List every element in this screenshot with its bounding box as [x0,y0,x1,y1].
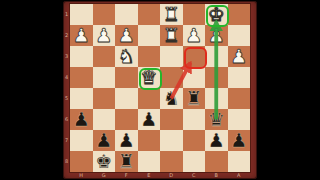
file-label-h: H [70,172,93,179]
square-f2[interactable]: ♟ [115,25,138,46]
square-e6[interactable]: ♟ [138,109,161,130]
square-a8[interactable] [228,151,251,172]
square-e5[interactable] [138,88,161,109]
square-d8[interactable] [160,151,183,172]
square-h5[interactable] [70,88,93,109]
white-rook: ♜ [160,25,183,46]
square-a5[interactable] [228,88,251,109]
letterbox-left [0,0,63,180]
file-label-e: E [138,172,161,179]
square-h2[interactable]: ♟ [70,25,93,46]
square-f3[interactable]: ♞ [115,46,138,67]
square-b8[interactable] [205,151,228,172]
square-h8[interactable] [70,151,93,172]
black-king: ♚ [93,151,116,172]
white-pawn: ♟ [70,25,93,46]
square-d6[interactable] [160,109,183,130]
square-d2[interactable]: ♜ [160,25,183,46]
square-d1[interactable]: ♜ [160,4,183,25]
black-pawn: ♟ [93,130,116,151]
file-label-f: F [115,172,138,179]
white-pawn: ♟ [115,25,138,46]
square-a6[interactable] [228,109,251,130]
rank-label-2: 2 [63,25,70,46]
square-g2[interactable]: ♟ [93,25,116,46]
white-pawn: ♟ [93,25,116,46]
white-knight: ♞ [115,46,138,67]
file-label-c: C [183,172,206,179]
square-c7[interactable] [183,130,206,151]
square-e3[interactable] [138,46,161,67]
square-e8[interactable] [138,151,161,172]
black-pawn: ♟ [205,130,228,151]
square-e4[interactable]: ♛ [138,67,161,88]
square-b5[interactable] [205,88,228,109]
square-e2[interactable] [138,25,161,46]
file-label-d: D [160,172,183,179]
square-h7[interactable] [70,130,93,151]
file-label-a: A [228,172,251,179]
square-d3[interactable] [160,46,183,67]
black-pawn: ♟ [138,109,161,130]
square-f5[interactable] [115,88,138,109]
rank-label-7: 7 [63,130,70,151]
black-rook: ♜ [183,88,206,109]
square-c8[interactable] [183,151,206,172]
square-g8[interactable]: ♚ [93,151,116,172]
chess-board: ♜♚♟♟♟♜♟♟♞♟♛♞♜♟♟♛♟♟♟♟♚♜ [70,4,250,172]
white-rook: ♜ [160,4,183,25]
file-label-b: B [205,172,228,179]
square-g1[interactable] [93,4,116,25]
square-b6[interactable]: ♛ [205,109,228,130]
black-queen: ♛ [205,109,228,130]
square-b4[interactable] [205,67,228,88]
square-d5[interactable]: ♞ [160,88,183,109]
chess-analysis-screenshot: ♜♚♟♟♟♜♟♟♞♟♛♞♜♟♟♛♟♟♟♟♚♜ 12345678HGFEDCBA [0,0,320,180]
square-g5[interactable] [93,88,116,109]
square-a1[interactable] [228,4,251,25]
square-g6[interactable] [93,109,116,130]
square-f1[interactable] [115,4,138,25]
white-pawn: ♟ [228,46,251,67]
square-d7[interactable] [160,130,183,151]
square-c5[interactable]: ♜ [183,88,206,109]
white-pawn: ♟ [183,25,206,46]
letterbox-right [257,0,320,180]
square-e1[interactable] [138,4,161,25]
square-c4[interactable] [183,67,206,88]
square-c6[interactable] [183,109,206,130]
rank-label-4: 4 [63,67,70,88]
square-d4[interactable] [160,67,183,88]
square-c2[interactable]: ♟ [183,25,206,46]
white-queen: ♛ [138,67,161,88]
square-b3[interactable] [205,46,228,67]
square-h3[interactable] [70,46,93,67]
square-e7[interactable] [138,130,161,151]
square-g3[interactable] [93,46,116,67]
square-f8[interactable]: ♜ [115,151,138,172]
square-a3[interactable]: ♟ [228,46,251,67]
board-frame: ♜♚♟♟♟♜♟♟♞♟♛♞♜♟♟♛♟♟♟♟♚♜ 12345678HGFEDCBA [63,1,257,179]
white-pawn: ♟ [205,25,228,46]
rank-label-5: 5 [63,88,70,109]
square-f4[interactable] [115,67,138,88]
square-h6[interactable]: ♟ [70,109,93,130]
rank-label-1: 1 [63,4,70,25]
black-pawn: ♟ [228,130,251,151]
rank-label-6: 6 [63,109,70,130]
square-c1[interactable] [183,4,206,25]
square-f6[interactable] [115,109,138,130]
square-a7[interactable]: ♟ [228,130,251,151]
white-king: ♚ [205,4,228,25]
square-b7[interactable]: ♟ [205,130,228,151]
square-a4[interactable] [228,67,251,88]
black-pawn: ♟ [115,130,138,151]
square-g7[interactable]: ♟ [93,130,116,151]
square-h1[interactable] [70,4,93,25]
square-h4[interactable] [70,67,93,88]
square-b1[interactable]: ♚ [205,4,228,25]
rank-label-8: 8 [63,151,70,172]
black-knight: ♞ [160,88,183,109]
square-a2[interactable] [228,25,251,46]
file-label-g: G [93,172,116,179]
square-g4[interactable] [93,67,116,88]
black-rook: ♜ [115,151,138,172]
square-c3[interactable] [183,46,206,67]
rank-label-3: 3 [63,46,70,67]
black-pawn: ♟ [70,109,93,130]
square-b2[interactable]: ♟ [205,25,228,46]
square-f7[interactable]: ♟ [115,130,138,151]
